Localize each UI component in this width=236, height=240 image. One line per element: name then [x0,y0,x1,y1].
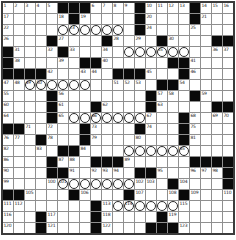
grid-cell[interactable] [157,58,167,68]
circled-cell[interactable]: 35 [157,47,167,57]
grid-cell[interactable] [25,91,35,101]
circled-cell[interactable] [102,113,112,123]
grid-cell[interactable]: 92 [91,168,101,178]
grid-cell[interactable]: 80 [135,135,145,145]
grid-cell[interactable] [179,25,189,35]
grid-cell[interactable] [25,135,35,145]
grid-cell[interactable] [223,146,233,156]
grid-cell[interactable] [14,14,24,24]
circled-cell[interactable] [69,179,79,189]
grid-cell[interactable] [47,58,57,68]
grid-cell[interactable] [157,69,167,79]
grid-cell[interactable] [190,146,200,156]
circled-cell[interactable] [124,179,134,189]
circled-cell[interactable] [80,179,90,189]
grid-cell[interactable] [223,201,233,211]
grid-cell[interactable]: 39 [58,58,68,68]
grid-cell[interactable]: 8 [113,3,123,13]
grid-cell[interactable] [25,58,35,68]
grid-cell[interactable] [201,47,211,57]
grid-cell[interactable] [201,102,211,112]
grid-cell[interactable]: 40 [102,58,112,68]
grid-cell[interactable] [58,223,68,233]
grid-cell[interactable] [113,14,123,24]
grid-cell[interactable]: 84 [80,146,90,156]
grid-cell[interactable] [146,36,156,46]
grid-cell[interactable]: 99 [3,179,13,189]
grid-cell[interactable] [212,14,222,24]
grid-cell[interactable]: 47 [3,80,13,90]
grid-cell[interactable]: 37 [223,47,233,57]
circled-cell[interactable] [58,25,68,35]
grid-cell[interactable]: 25 [190,25,200,35]
grid-cell[interactable] [212,135,222,145]
circled-cell[interactable]: 49 [25,80,35,90]
grid-cell[interactable] [168,69,178,79]
circled-cell[interactable]: 66 [91,113,101,123]
grid-cell[interactable]: 91 [69,168,79,178]
circled-cell[interactable] [113,179,123,189]
grid-cell[interactable] [91,36,101,46]
circled-cell[interactable] [102,25,112,35]
grid-cell[interactable]: 5 [47,3,57,13]
circled-cell[interactable] [135,47,145,57]
grid-cell[interactable] [47,25,57,35]
circled-cell[interactable] [113,201,123,211]
grid-cell[interactable] [201,36,211,46]
grid-cell[interactable] [102,135,112,145]
grid-cell[interactable] [25,179,35,189]
grid-cell[interactable] [135,58,145,68]
grid-cell[interactable] [212,212,222,222]
grid-cell[interactable] [113,102,123,112]
grid-cell[interactable]: 34 [102,47,112,57]
grid-cell[interactable] [212,80,222,90]
grid-cell[interactable] [80,102,90,112]
grid-cell[interactable] [47,201,57,211]
grid-cell[interactable]: 15 [212,3,222,13]
grid-cell[interactable] [113,91,123,101]
grid-cell[interactable] [146,190,156,200]
grid-cell[interactable] [102,69,112,79]
grid-cell[interactable] [190,212,200,222]
grid-cell[interactable] [135,102,145,112]
grid-cell[interactable] [58,124,68,134]
grid-cell[interactable] [223,91,233,101]
grid-cell[interactable]: 28 [113,36,123,46]
grid-cell[interactable] [102,14,112,24]
grid-cell[interactable] [25,223,35,233]
grid-cell[interactable] [36,124,46,134]
grid-cell[interactable]: 110 [223,190,233,200]
grid-cell[interactable] [36,168,46,178]
grid-cell[interactable]: 115 [179,201,189,211]
grid-cell[interactable] [201,190,211,200]
grid-cell[interactable]: 61 [58,102,68,112]
circled-cell[interactable] [146,47,156,57]
grid-cell[interactable] [25,146,35,156]
grid-cell[interactable] [58,69,68,79]
grid-cell[interactable]: 51 [113,80,123,90]
grid-cell[interactable]: 30 [168,36,178,46]
grid-cell[interactable]: 2 [14,3,24,13]
grid-cell[interactable] [91,14,101,24]
grid-cell[interactable]: 62 [102,102,112,112]
grid-cell[interactable]: 38 [14,58,24,68]
grid-cell[interactable] [14,179,24,189]
grid-cell[interactable] [113,124,123,134]
grid-cell[interactable]: 56 [58,91,68,101]
grid-cell[interactable] [14,113,24,123]
grid-cell[interactable] [124,223,134,233]
grid-cell[interactable] [14,168,24,178]
grid-cell[interactable] [190,179,200,189]
grid-cell[interactable]: 36 [212,47,222,57]
grid-cell[interactable]: 93 [102,168,112,178]
circled-cell[interactable] [69,113,79,123]
grid-cell[interactable] [69,212,79,222]
grid-cell[interactable] [25,102,35,112]
grid-cell[interactable]: 55 [3,91,13,101]
grid-cell[interactable]: 107 [135,190,145,200]
grid-cell[interactable] [91,80,101,90]
circled-cell[interactable] [124,47,134,57]
grid-cell[interactable]: 18 [58,14,68,24]
grid-cell[interactable] [14,91,24,101]
grid-cell[interactable]: 90 [3,168,13,178]
grid-cell[interactable]: 111 [3,201,13,211]
grid-cell[interactable] [80,91,90,101]
grid-cell[interactable]: 46 [190,69,200,79]
grid-cell[interactable] [223,135,233,145]
circled-cell[interactable] [58,80,68,90]
grid-cell[interactable]: 87 [58,157,68,167]
grid-cell[interactable] [223,14,233,24]
grid-cell[interactable] [168,113,178,123]
grid-cell[interactable]: 69 [212,113,222,123]
circled-cell[interactable] [157,201,167,211]
grid-cell[interactable] [157,190,167,200]
grid-cell[interactable] [36,201,46,211]
grid-cell[interactable] [190,223,200,233]
circled-cell[interactable] [91,179,101,189]
grid-cell[interactable]: 20 [146,14,156,24]
grid-cell[interactable] [69,36,79,46]
grid-cell[interactable] [47,190,57,200]
grid-cell[interactable] [212,69,222,79]
grid-cell[interactable]: 11 [157,3,167,13]
grid-cell[interactable]: 106 [80,190,90,200]
grid-cell[interactable] [146,212,156,222]
grid-cell[interactable] [135,157,145,167]
grid-cell[interactable] [69,124,79,134]
grid-cell[interactable] [102,80,112,90]
grid-cell[interactable] [201,212,211,222]
grid-cell[interactable]: 45 [146,69,156,79]
grid-cell[interactable] [135,212,145,222]
grid-cell[interactable]: 59 [201,91,211,101]
grid-cell[interactable] [146,157,156,167]
grid-cell[interactable] [36,113,46,123]
grid-cell[interactable] [102,91,112,101]
grid-cell[interactable] [124,36,134,46]
grid-cell[interactable]: 102 [135,179,145,189]
circled-cell[interactable] [91,25,101,35]
circled-cell[interactable] [135,146,145,156]
grid-cell[interactable]: 94 [113,168,123,178]
grid-cell[interactable]: 74 [146,124,156,134]
circled-cell[interactable] [113,113,123,123]
grid-cell[interactable]: 22 [3,25,13,35]
grid-cell[interactable]: 24 [146,25,156,35]
grid-cell[interactable] [212,190,222,200]
grid-cell[interactable]: 54 [179,80,189,90]
grid-cell[interactable] [190,36,200,46]
circled-cell[interactable] [168,146,178,156]
grid-cell[interactable] [212,58,222,68]
grid-cell[interactable] [168,124,178,134]
grid-cell[interactable]: 26 [3,36,13,46]
grid-cell[interactable]: 42 [47,69,57,79]
grid-cell[interactable] [36,14,46,24]
grid-cell[interactable] [69,201,79,211]
grid-cell[interactable] [69,91,79,101]
grid-cell[interactable] [36,102,46,112]
grid-cell[interactable]: 64 [3,113,13,123]
grid-cell[interactable]: 53 [135,80,145,90]
grid-cell[interactable] [25,201,35,211]
grid-cell[interactable] [135,91,145,101]
grid-cell[interactable] [201,69,211,79]
grid-cell[interactable] [113,135,123,145]
grid-cell[interactable] [25,47,35,57]
grid-cell[interactable] [201,223,211,233]
grid-cell[interactable]: 81 [190,135,200,145]
grid-cell[interactable]: 88 [69,157,79,167]
grid-cell[interactable]: 77 [14,135,24,145]
grid-cell[interactable] [25,14,35,24]
grid-cell[interactable] [124,212,134,222]
circled-cell[interactable] [146,201,156,211]
grid-cell[interactable]: 17 [3,14,13,24]
grid-cell[interactable]: 105 [25,190,35,200]
circled-cell[interactable]: 50 [36,80,46,90]
grid-cell[interactable]: 33 [69,47,79,57]
grid-cell[interactable]: 13 [179,3,189,13]
grid-cell[interactable] [80,47,90,57]
circled-cell[interactable]: 101 [58,179,68,189]
grid-cell[interactable] [91,47,101,57]
grid-cell[interactable]: 68 [190,113,200,123]
grid-cell[interactable] [168,157,178,167]
grid-cell[interactable] [157,113,167,123]
circled-cell[interactable] [168,47,178,57]
grid-cell[interactable] [25,36,35,46]
grid-cell[interactable]: 58 [168,91,178,101]
circled-cell[interactable]: 114 [124,201,134,211]
grid-cell[interactable]: 60 [3,102,13,112]
grid-cell[interactable]: 73 [91,124,101,134]
circled-cell[interactable]: 23 [69,25,79,35]
grid-cell[interactable]: 3 [25,3,35,13]
grid-cell[interactable] [212,124,222,134]
grid-cell[interactable] [69,58,79,68]
grid-cell[interactable] [157,135,167,145]
grid-cell[interactable] [25,157,35,167]
grid-cell[interactable] [58,212,68,222]
grid-cell[interactable]: 97 [201,168,211,178]
grid-cell[interactable] [36,36,46,46]
grid-cell[interactable] [14,102,24,112]
grid-cell[interactable] [25,168,35,178]
circled-cell[interactable] [124,146,134,156]
grid-cell[interactable] [113,47,123,57]
grid-cell[interactable] [179,168,189,178]
circled-cell[interactable]: 85 [179,146,189,156]
grid-cell[interactable] [69,69,79,79]
grid-cell[interactable] [36,47,46,57]
grid-cell[interactable] [223,124,233,134]
grid-cell[interactable] [102,124,112,134]
grid-cell[interactable]: 104 [179,179,189,189]
grid-cell[interactable] [190,201,200,211]
grid-cell[interactable]: 75 [190,124,200,134]
grid-cell[interactable] [223,25,233,35]
circled-cell[interactable] [80,25,90,35]
grid-cell[interactable] [25,25,35,35]
grid-cell[interactable] [91,146,101,156]
grid-cell[interactable] [124,168,134,178]
grid-cell[interactable]: 70 [223,113,233,123]
grid-cell[interactable] [124,91,134,101]
grid-cell[interactable] [69,102,79,112]
grid-cell[interactable]: 44 [91,69,101,79]
grid-cell[interactable] [124,102,134,112]
grid-cell[interactable] [190,80,200,90]
grid-cell[interactable] [80,157,90,167]
grid-cell[interactable]: 71 [25,124,35,134]
grid-cell[interactable]: 89 [124,157,134,167]
grid-cell[interactable] [212,146,222,156]
grid-cell[interactable] [223,223,233,233]
grid-cell[interactable] [201,25,211,35]
circled-cell[interactable] [102,179,112,189]
grid-cell[interactable] [179,91,189,101]
grid-cell[interactable] [91,91,101,101]
grid-cell[interactable] [58,135,68,145]
grid-cell[interactable]: 63 [157,102,167,112]
grid-cell[interactable]: 122 [102,223,112,233]
grid-cell[interactable]: 4 [36,3,46,13]
grid-cell[interactable]: 86 [3,157,13,167]
grid-cell[interactable] [179,36,189,46]
grid-cell[interactable]: 72 [47,124,57,134]
circled-cell[interactable] [69,80,79,90]
grid-cell[interactable] [14,36,24,46]
grid-cell[interactable]: 100 [47,179,57,189]
grid-cell[interactable] [14,157,24,167]
grid-cell[interactable] [201,135,211,145]
grid-cell[interactable] [14,25,24,35]
circled-cell[interactable] [179,47,189,57]
grid-cell[interactable] [36,58,46,68]
circled-cell[interactable] [80,113,90,123]
grid-cell[interactable] [58,201,68,211]
grid-cell[interactable]: 96 [190,168,200,178]
grid-cell[interactable]: 21 [201,14,211,24]
grid-cell[interactable] [190,47,200,57]
grid-cell[interactable]: 29 [135,36,145,46]
grid-cell[interactable] [113,212,123,222]
grid-cell[interactable]: 120 [3,223,13,233]
grid-cell[interactable] [212,223,222,233]
grid-cell[interactable] [146,58,156,68]
grid-cell[interactable] [80,201,90,211]
grid-cell[interactable]: 121 [47,223,57,233]
grid-cell[interactable] [168,135,178,145]
grid-cell[interactable] [36,190,46,200]
grid-cell[interactable] [146,80,156,90]
grid-cell[interactable]: 19 [80,14,90,24]
grid-cell[interactable] [25,113,35,123]
grid-cell[interactable] [157,157,167,167]
grid-cell[interactable] [135,223,145,233]
circled-cell[interactable] [135,201,145,211]
grid-cell[interactable] [80,212,90,222]
grid-cell[interactable] [212,91,222,101]
grid-cell[interactable]: 103 [146,179,156,189]
grid-cell[interactable] [14,223,24,233]
grid-cell[interactable]: 10 [146,3,156,13]
grid-cell[interactable]: 6 [91,3,101,13]
grid-cell[interactable]: 14 [201,3,211,13]
grid-cell[interactable] [47,14,57,24]
grid-cell[interactable] [36,91,46,101]
grid-cell[interactable] [36,179,46,189]
grid-cell[interactable] [201,113,211,123]
circled-cell[interactable] [157,146,167,156]
grid-cell[interactable]: 123 [179,223,189,233]
grid-cell[interactable] [201,124,211,134]
grid-cell[interactable] [201,179,211,189]
grid-cell[interactable] [223,58,233,68]
grid-cell[interactable]: 12 [168,3,178,13]
circled-cell[interactable] [135,113,145,123]
grid-cell[interactable] [157,124,167,134]
grid-cell[interactable] [201,146,211,156]
grid-cell[interactable] [157,179,167,189]
grid-cell[interactable] [201,201,211,211]
grid-cell[interactable] [179,14,189,24]
grid-cell[interactable] [124,135,134,145]
grid-cell[interactable] [124,14,134,24]
grid-cell[interactable] [223,212,233,222]
grid-cell[interactable] [14,212,24,222]
grid-cell[interactable]: 79 [91,135,101,145]
grid-cell[interactable]: 57 [157,91,167,101]
grid-cell[interactable] [14,146,24,156]
grid-cell[interactable]: 48 [14,80,24,90]
grid-cell[interactable] [168,14,178,24]
grid-cell[interactable] [69,223,79,233]
grid-cell[interactable] [168,102,178,112]
grid-cell[interactable]: 52 [124,80,134,90]
grid-cell[interactable] [102,146,112,156]
grid-cell[interactable] [179,212,189,222]
grid-cell[interactable] [124,25,134,35]
grid-cell[interactable] [80,168,90,178]
grid-cell[interactable]: 67 [146,113,156,123]
